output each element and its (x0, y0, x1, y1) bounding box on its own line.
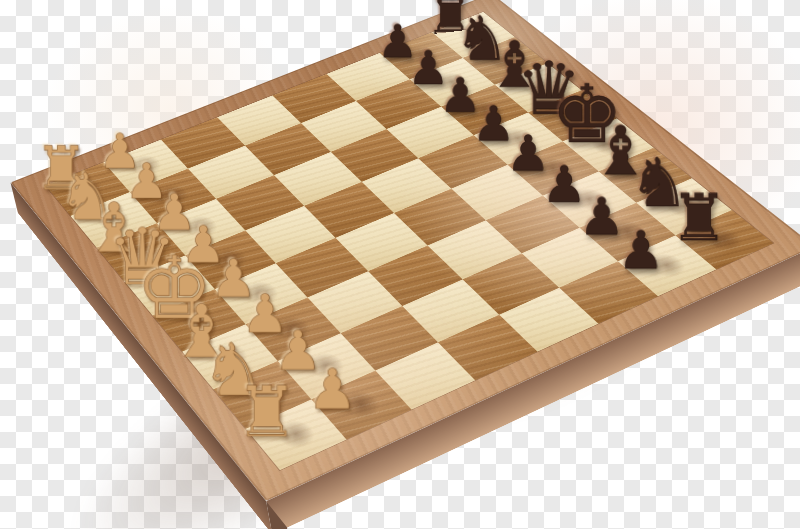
screenshot-canvas: ♜♞♝♛♚♝♞♜♟♟♟♟♟♟♟♟♟♟♟♟♟♟♟♟♜♞♝♛♚♝♞♜ (0, 0, 800, 529)
chess-board: ♜♞♝♛♚♝♞♜♟♟♟♟♟♟♟♟♟♟♟♟♟♟♟♟♜♞♝♛♚♝♞♜ (10, 0, 800, 501)
scene: ♜♞♝♛♚♝♞♜♟♟♟♟♟♟♟♟♟♟♟♟♟♟♟♟♜♞♝♛♚♝♞♜ (0, 0, 800, 529)
white-pawn-glyph: ♟ (295, 361, 370, 417)
white-rook-glyph: ♜ (229, 377, 304, 447)
black-pawn-glyph: ♟ (606, 224, 677, 277)
